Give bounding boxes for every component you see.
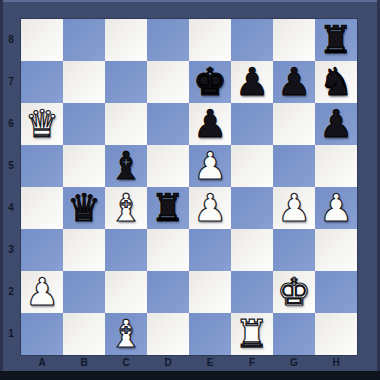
square-c2[interactable] (105, 271, 147, 313)
black-rook[interactable]: ♜ (319, 19, 353, 61)
board-frame: ♜♚♟♟♞♛♟♟♝♟♛♝♜♟♟♟♟♚♝♜ 87654321 ABCDEFGH (0, 0, 380, 380)
white-pawn[interactable]: ♟ (25, 271, 59, 313)
square-c6[interactable] (105, 103, 147, 145)
square-h7[interactable]: ♞ (315, 61, 357, 103)
file-label-f: F (231, 356, 273, 370)
rank-label-4: 4 (3, 187, 19, 229)
black-bishop[interactable]: ♝ (109, 145, 143, 187)
white-pawn[interactable]: ♟ (277, 187, 311, 229)
square-c8[interactable] (105, 19, 147, 61)
square-e5[interactable]: ♟ (189, 145, 231, 187)
frame-bottom-shadow (0, 371, 380, 380)
square-d3[interactable] (147, 229, 189, 271)
square-d7[interactable] (147, 61, 189, 103)
square-d8[interactable] (147, 19, 189, 61)
white-rook[interactable]: ♜ (235, 313, 269, 355)
rank-label-3: 3 (3, 229, 19, 271)
square-f3[interactable] (231, 229, 273, 271)
square-b6[interactable] (63, 103, 105, 145)
chess-board[interactable]: ♜♚♟♟♞♛♟♟♝♟♛♝♜♟♟♟♟♚♝♜ (20, 18, 358, 356)
square-b1[interactable] (63, 313, 105, 355)
square-h1[interactable] (315, 313, 357, 355)
white-pawn[interactable]: ♟ (319, 187, 353, 229)
square-d4[interactable]: ♜ (147, 187, 189, 229)
rank-label-8: 8 (3, 19, 19, 61)
square-h4[interactable]: ♟ (315, 187, 357, 229)
file-label-g: G (273, 356, 315, 370)
square-f7[interactable]: ♟ (231, 61, 273, 103)
square-g4[interactable]: ♟ (273, 187, 315, 229)
square-c4[interactable]: ♝ (105, 187, 147, 229)
square-a6[interactable]: ♛ (21, 103, 63, 145)
square-b7[interactable] (63, 61, 105, 103)
white-bishop[interactable]: ♝ (109, 187, 143, 229)
square-b2[interactable] (63, 271, 105, 313)
black-pawn[interactable]: ♟ (277, 61, 311, 103)
black-knight[interactable]: ♞ (319, 61, 353, 103)
square-c7[interactable] (105, 61, 147, 103)
square-a7[interactable] (21, 61, 63, 103)
square-a5[interactable] (21, 145, 63, 187)
square-a3[interactable] (21, 229, 63, 271)
square-f5[interactable] (231, 145, 273, 187)
square-g1[interactable] (273, 313, 315, 355)
square-a2[interactable]: ♟ (21, 271, 63, 313)
black-rook[interactable]: ♜ (151, 187, 185, 229)
white-bishop[interactable]: ♝ (109, 313, 143, 355)
square-h8[interactable]: ♜ (315, 19, 357, 61)
square-c1[interactable]: ♝ (105, 313, 147, 355)
square-b8[interactable] (63, 19, 105, 61)
file-label-d: D (147, 356, 189, 370)
black-queen[interactable]: ♛ (67, 187, 101, 229)
white-queen[interactable]: ♛ (25, 103, 59, 145)
square-e4[interactable]: ♟ (189, 187, 231, 229)
frame-top-highlight (0, 0, 380, 2)
square-b3[interactable] (63, 229, 105, 271)
square-c5[interactable]: ♝ (105, 145, 147, 187)
white-pawn[interactable]: ♟ (193, 145, 227, 187)
black-king[interactable]: ♚ (193, 61, 227, 103)
black-pawn[interactable]: ♟ (235, 61, 269, 103)
square-e8[interactable] (189, 19, 231, 61)
square-h5[interactable] (315, 145, 357, 187)
square-a1[interactable] (21, 313, 63, 355)
square-e7[interactable]: ♚ (189, 61, 231, 103)
square-a8[interactable] (21, 19, 63, 61)
square-d5[interactable] (147, 145, 189, 187)
square-h2[interactable] (315, 271, 357, 313)
square-e6[interactable]: ♟ (189, 103, 231, 145)
square-a4[interactable] (21, 187, 63, 229)
square-f8[interactable] (231, 19, 273, 61)
square-c3[interactable] (105, 229, 147, 271)
square-b4[interactable]: ♛ (63, 187, 105, 229)
square-g6[interactable] (273, 103, 315, 145)
square-g3[interactable] (273, 229, 315, 271)
square-h6[interactable]: ♟ (315, 103, 357, 145)
square-e3[interactable] (189, 229, 231, 271)
square-d6[interactable] (147, 103, 189, 145)
file-label-e: E (189, 356, 231, 370)
square-h3[interactable] (315, 229, 357, 271)
square-d2[interactable] (147, 271, 189, 313)
rank-label-6: 6 (3, 103, 19, 145)
file-label-c: C (105, 356, 147, 370)
square-d1[interactable] (147, 313, 189, 355)
square-g8[interactable] (273, 19, 315, 61)
square-f4[interactable] (231, 187, 273, 229)
black-pawn[interactable]: ♟ (319, 103, 353, 145)
file-label-a: A (21, 356, 63, 370)
file-label-b: B (63, 356, 105, 370)
square-f1[interactable]: ♜ (231, 313, 273, 355)
square-g7[interactable]: ♟ (273, 61, 315, 103)
square-g2[interactable]: ♚ (273, 271, 315, 313)
file-label-h: H (315, 356, 357, 370)
square-e1[interactable] (189, 313, 231, 355)
square-e2[interactable] (189, 271, 231, 313)
square-g5[interactable] (273, 145, 315, 187)
rank-label-7: 7 (3, 61, 19, 103)
white-king[interactable]: ♚ (277, 271, 311, 313)
rank-label-1: 1 (3, 313, 19, 355)
rank-label-5: 5 (3, 145, 19, 187)
rank-label-2: 2 (3, 271, 19, 313)
square-f2[interactable] (231, 271, 273, 313)
square-f6[interactable] (231, 103, 273, 145)
white-pawn[interactable]: ♟ (193, 187, 227, 229)
black-pawn[interactable]: ♟ (193, 103, 227, 145)
square-b5[interactable] (63, 145, 105, 187)
